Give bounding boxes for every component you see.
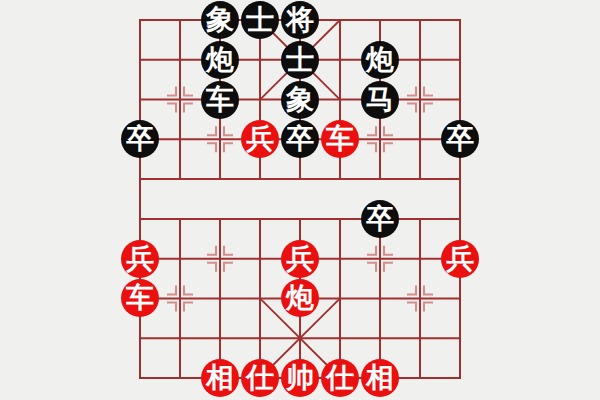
- xiangqi-board: 象士将炮士炮车象马卒兵卒车卒卒兵兵兵车炮相仕帅仕相: [0, 0, 600, 400]
- red-elephant[interactable]: 相: [361, 359, 399, 397]
- black-soldier[interactable]: 卒: [441, 120, 479, 158]
- black-cannon[interactable]: 炮: [361, 41, 399, 79]
- red-advisor[interactable]: 仕: [241, 359, 279, 397]
- red-soldier[interactable]: 兵: [121, 240, 159, 278]
- black-soldier[interactable]: 卒: [121, 120, 159, 158]
- red-soldier[interactable]: 兵: [241, 120, 279, 158]
- red-elephant[interactable]: 相: [201, 359, 239, 397]
- red-general[interactable]: 帅: [281, 359, 319, 397]
- red-cannon[interactable]: 炮: [281, 279, 319, 317]
- red-advisor[interactable]: 仕: [321, 359, 359, 397]
- black-chariot[interactable]: 车: [201, 81, 239, 119]
- black-elephant[interactable]: 象: [201, 1, 239, 39]
- red-chariot[interactable]: 车: [321, 120, 359, 158]
- black-soldier[interactable]: 卒: [361, 200, 399, 238]
- red-soldier[interactable]: 兵: [441, 240, 479, 278]
- pieces-layer: 象士将炮士炮车象马卒兵卒车卒卒兵兵兵车炮相仕帅仕相: [0, 0, 600, 400]
- black-horse[interactable]: 马: [361, 81, 399, 119]
- red-chariot[interactable]: 车: [121, 279, 159, 317]
- red-soldier[interactable]: 兵: [281, 240, 319, 278]
- black-advisor[interactable]: 士: [241, 1, 279, 39]
- black-advisor[interactable]: 士: [281, 41, 319, 79]
- black-cannon[interactable]: 炮: [201, 41, 239, 79]
- black-elephant[interactable]: 象: [281, 81, 319, 119]
- black-general[interactable]: 将: [281, 1, 319, 39]
- black-soldier[interactable]: 卒: [281, 120, 319, 158]
